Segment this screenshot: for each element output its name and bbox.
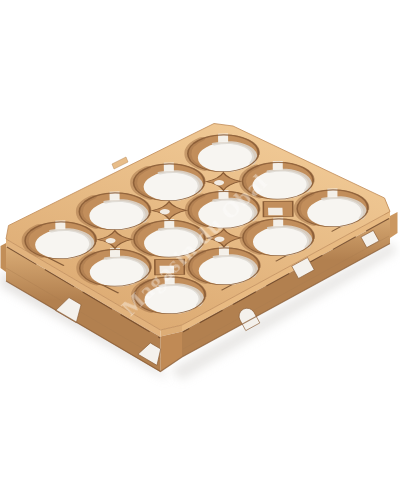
left-tab	[1, 243, 7, 272]
tray-illustration: Magasin du Obal	[0, 0, 400, 500]
product-photo: Magasin du Obal	[0, 0, 400, 500]
